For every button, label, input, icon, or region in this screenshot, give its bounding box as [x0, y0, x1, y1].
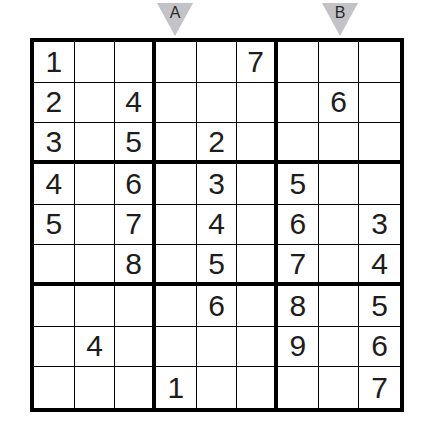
cell-r5c6[interactable]: [237, 205, 278, 246]
cell-r3c9[interactable]: [359, 123, 400, 164]
sudoku-board: 17246352463557463857468549617: [30, 38, 404, 412]
cell-r5c4[interactable]: [156, 205, 197, 246]
cell-r6c3[interactable]: 8: [115, 245, 156, 286]
marker-a: A: [157, 3, 193, 36]
cell-r3c4[interactable]: [156, 123, 197, 164]
cell-r1c4[interactable]: [156, 42, 197, 83]
cell-r6c9[interactable]: 4: [359, 245, 400, 286]
cell-r4c1[interactable]: 4: [34, 164, 75, 205]
cell-r7c7[interactable]: 8: [278, 286, 319, 327]
cell-r1c1[interactable]: 1: [34, 42, 75, 83]
cell-r9c6[interactable]: [237, 367, 278, 408]
cell-r9c5[interactable]: [197, 367, 238, 408]
cell-r1c9[interactable]: [359, 42, 400, 83]
cell-r8c7[interactable]: 9: [278, 327, 319, 368]
cell-r3c8[interactable]: [319, 123, 360, 164]
cell-r1c2[interactable]: [75, 42, 116, 83]
marker-b: B: [322, 3, 358, 36]
marker-a-label: A: [157, 4, 193, 22]
cell-r9c8[interactable]: [319, 367, 360, 408]
cell-r5c3[interactable]: 7: [115, 205, 156, 246]
marker-b-label: B: [322, 4, 358, 22]
cell-r9c4[interactable]: 1: [156, 367, 197, 408]
cell-r1c8[interactable]: [319, 42, 360, 83]
cell-r3c7[interactable]: [278, 123, 319, 164]
cell-r9c3[interactable]: [115, 367, 156, 408]
cell-r1c6[interactable]: 7: [237, 42, 278, 83]
cell-r6c5[interactable]: 5: [197, 245, 238, 286]
cell-r6c1[interactable]: [34, 245, 75, 286]
cell-r4c8[interactable]: [319, 164, 360, 205]
cell-r1c7[interactable]: [278, 42, 319, 83]
cell-r8c8[interactable]: [319, 327, 360, 368]
cell-r6c6[interactable]: [237, 245, 278, 286]
cell-r8c1[interactable]: [34, 327, 75, 368]
cell-r9c2[interactable]: [75, 367, 116, 408]
cell-r2c2[interactable]: [75, 83, 116, 124]
cell-r4c2[interactable]: [75, 164, 116, 205]
cell-r8c5[interactable]: [197, 327, 238, 368]
cell-r9c7[interactable]: [278, 367, 319, 408]
cell-r8c3[interactable]: [115, 327, 156, 368]
cell-r3c2[interactable]: [75, 123, 116, 164]
cell-r3c5[interactable]: 2: [197, 123, 238, 164]
cell-r5c9[interactable]: 3: [359, 205, 400, 246]
cell-r3c6[interactable]: [237, 123, 278, 164]
cell-r6c7[interactable]: 7: [278, 245, 319, 286]
cell-r5c8[interactable]: [319, 205, 360, 246]
cell-r2c5[interactable]: [197, 83, 238, 124]
cell-r5c1[interactable]: 5: [34, 205, 75, 246]
cell-r2c7[interactable]: [278, 83, 319, 124]
cell-r8c9[interactable]: 6: [359, 327, 400, 368]
cell-r4c4[interactable]: [156, 164, 197, 205]
cell-r7c3[interactable]: [115, 286, 156, 327]
cell-r5c5[interactable]: 4: [197, 205, 238, 246]
cell-r8c2[interactable]: 4: [75, 327, 116, 368]
cell-r2c9[interactable]: [359, 83, 400, 124]
cell-r7c5[interactable]: 6: [197, 286, 238, 327]
cell-r8c6[interactable]: [237, 327, 278, 368]
cell-r7c9[interactable]: 5: [359, 286, 400, 327]
cell-r1c3[interactable]: [115, 42, 156, 83]
cell-r7c6[interactable]: [237, 286, 278, 327]
cell-r4c3[interactable]: 6: [115, 164, 156, 205]
cell-r6c2[interactable]: [75, 245, 116, 286]
cell-r4c9[interactable]: [359, 164, 400, 205]
cell-r7c4[interactable]: [156, 286, 197, 327]
cell-r4c6[interactable]: [237, 164, 278, 205]
cell-r2c6[interactable]: [237, 83, 278, 124]
cell-r4c5[interactable]: 3: [197, 164, 238, 205]
cell-r1c5[interactable]: [197, 42, 238, 83]
cell-r6c4[interactable]: [156, 245, 197, 286]
cell-r9c1[interactable]: [34, 367, 75, 408]
cell-r7c1[interactable]: [34, 286, 75, 327]
cell-r5c2[interactable]: [75, 205, 116, 246]
sudoku-screen: A B 17246352463557463857468549617: [0, 0, 433, 443]
cell-r2c4[interactable]: [156, 83, 197, 124]
cell-r8c4[interactable]: [156, 327, 197, 368]
cell-r7c2[interactable]: [75, 286, 116, 327]
cell-r2c8[interactable]: 6: [319, 83, 360, 124]
cell-r6c8[interactable]: [319, 245, 360, 286]
cell-r9c9[interactable]: 7: [359, 367, 400, 408]
cell-r3c3[interactable]: 5: [115, 123, 156, 164]
cell-r7c8[interactable]: [319, 286, 360, 327]
cell-r4c7[interactable]: 5: [278, 164, 319, 205]
cell-r2c1[interactable]: 2: [34, 83, 75, 124]
cell-r3c1[interactable]: 3: [34, 123, 75, 164]
cell-r5c7[interactable]: 6: [278, 205, 319, 246]
cell-r2c3[interactable]: 4: [115, 83, 156, 124]
